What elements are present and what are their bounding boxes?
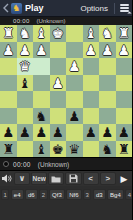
black-pawn-h7: ♟: [0, 124, 17, 141]
white-pawn-c2: ♟: [83, 42, 100, 59]
black-pawn-a7: ♟: [116, 124, 133, 141]
square-e4[interactable]: ♟: [50, 75, 67, 92]
square-g5[interactable]: [17, 91, 34, 108]
black-pawn-e7: ♟: [50, 124, 67, 141]
top-bar-divider: [114, 3, 115, 14]
open-folder-icon[interactable]: [48, 172, 64, 185]
square-g1[interactable]: ♞: [17, 25, 34, 42]
white-pawn-d3: ♟: [66, 58, 83, 75]
white-knight-b1: ♞: [99, 25, 116, 42]
move-d3[interactable]: d3: [93, 189, 106, 200]
white-pawn-h2: ♟: [0, 42, 17, 59]
square-h7[interactable]: ♟: [0, 124, 17, 141]
square-b2[interactable]: ♟: [99, 42, 116, 59]
square-e8[interactable]: ♚: [50, 141, 67, 158]
square-d8[interactable]: ♛: [66, 141, 83, 158]
app-icon: ♞: [11, 3, 22, 14]
move-list: 1e4d62Qf3Nf63d3Bg44Qg3: [0, 186, 132, 203]
square-c8[interactable]: [83, 141, 100, 158]
square-d6[interactable]: ♟: [66, 108, 83, 125]
square-a6[interactable]: [116, 108, 133, 125]
square-f7[interactable]: ♟: [33, 124, 50, 141]
back-chevron-icon[interactable]: [3, 3, 9, 13]
square-c4[interactable]: [83, 75, 100, 92]
white-rook-h1: ♜: [0, 25, 17, 42]
square-f2[interactable]: ♟: [33, 42, 50, 59]
to-move-indicator: [3, 161, 9, 167]
square-g4[interactable]: ♝: [17, 75, 34, 92]
black-knight-b8: ♞: [99, 141, 116, 158]
page-title: Play: [25, 3, 44, 13]
chess-board: ♜♞♝♚♝♞♜♟♟♟♟♟♟♛♟♝♟♞♟♟♟♟♟♟♟♟♜♝♚♛♞♜: [0, 25, 132, 157]
square-e6[interactable]: [50, 108, 67, 125]
square-c7[interactable]: ♟: [83, 124, 100, 141]
player-clock-row: 00:00 (Unknown): [0, 157, 132, 170]
opponent-name: (Unknown): [37, 18, 66, 24]
white-pawn-a2: ♟: [116, 42, 133, 59]
white-bishop-f1: ♝: [33, 25, 50, 42]
square-g2[interactable]: ♟: [17, 42, 34, 59]
square-e5[interactable]: [50, 91, 67, 108]
square-f6[interactable]: ♞: [33, 108, 50, 125]
opponent-clock: 00:00: [13, 18, 30, 24]
square-c6[interactable]: [83, 108, 100, 125]
move-number-1[interactable]: 1: [1, 189, 9, 200]
collapse-button[interactable]: ∨: [14, 172, 30, 185]
square-g8[interactable]: [17, 141, 34, 158]
save-icon[interactable]: [65, 172, 81, 185]
player-name: (Unknown): [38, 161, 69, 168]
volume-icon[interactable]: [1, 172, 13, 185]
square-h6[interactable]: [0, 108, 17, 125]
black-rook-h8: ♜: [0, 141, 17, 158]
move-d6[interactable]: d6: [25, 189, 38, 200]
next-move-button[interactable]: >: [100, 172, 116, 185]
move-Qf3[interactable]: Qf3: [49, 189, 65, 200]
square-e1[interactable]: ♚: [50, 25, 67, 42]
square-g6[interactable]: [17, 108, 34, 125]
options-button[interactable]: Options: [80, 4, 108, 13]
square-d7[interactable]: [66, 124, 83, 141]
black-bishop-g4: ♝: [17, 75, 34, 92]
square-d2[interactable]: [66, 42, 83, 59]
black-knight-f6: ♞: [33, 108, 50, 125]
white-pawn-g2: ♟: [17, 42, 34, 59]
square-e2[interactable]: [50, 42, 67, 59]
square-g3[interactable]: ♛: [17, 58, 34, 75]
black-pawn-d6: ♟: [66, 108, 83, 125]
black-queen-d8: ♛: [66, 141, 83, 158]
opponent-clock-row: 00:00 (Unknown): [0, 17, 132, 25]
move-number-2[interactable]: 2: [39, 189, 47, 200]
square-a3[interactable]: [116, 58, 133, 75]
new-game-button[interactable]: New: [31, 172, 47, 185]
black-pawn-b7: ♟: [99, 124, 116, 141]
move-Bg4[interactable]: Bg4: [107, 189, 124, 200]
square-c5[interactable]: [83, 91, 100, 108]
square-b3[interactable]: [99, 58, 116, 75]
square-h1[interactable]: ♜: [0, 25, 17, 42]
square-f4[interactable]: [33, 75, 50, 92]
square-b8[interactable]: ♞: [99, 141, 116, 158]
player-clock: 00:00: [13, 161, 31, 168]
black-pawn-c7: ♟: [83, 124, 100, 141]
square-b7[interactable]: ♟: [99, 124, 116, 141]
white-bishop-c1: ♝: [83, 25, 100, 42]
square-f1[interactable]: ♝: [33, 25, 50, 42]
square-a2[interactable]: ♟: [116, 42, 133, 59]
move-number-3[interactable]: 3: [83, 189, 91, 200]
toolbar: ∨ New < > ▶: [0, 170, 132, 186]
move-e4[interactable]: e4: [11, 189, 24, 200]
square-a7[interactable]: ♟: [116, 124, 133, 141]
white-pawn-e4: ♟: [50, 75, 67, 92]
move-Nf6[interactable]: Nf6: [66, 189, 81, 200]
menu-icon[interactable]: [120, 3, 129, 13]
move-number-4[interactable]: 4: [125, 189, 132, 200]
square-h4[interactable]: [0, 75, 17, 92]
square-d1[interactable]: [66, 25, 83, 42]
top-bar: ♞ Play Options: [0, 0, 132, 17]
app-window: ♞ Play Options 00:00 (Unknown) ♜♞♝♚♝♞♜♟♟…: [0, 0, 132, 220]
black-pawn-f7: ♟: [33, 124, 50, 141]
black-rook-a8: ♜: [116, 141, 133, 158]
square-g7[interactable]: ♟: [17, 124, 34, 141]
square-h5[interactable]: [0, 91, 17, 108]
white-king-e1: ♚: [50, 25, 67, 42]
square-h2[interactable]: ♟: [0, 42, 17, 59]
square-d5[interactable]: [66, 91, 83, 108]
play-engine-button[interactable]: ▶: [117, 172, 131, 185]
square-f3[interactable]: [33, 58, 50, 75]
square-b5[interactable]: [99, 91, 116, 108]
square-f8[interactable]: ♝: [33, 141, 50, 158]
square-d4[interactable]: [66, 75, 83, 92]
square-a5[interactable]: [116, 91, 133, 108]
square-c3[interactable]: [83, 58, 100, 75]
white-pawn-f2: ♟: [33, 42, 50, 59]
square-d3[interactable]: ♟: [66, 58, 83, 75]
square-e7[interactable]: ♟: [50, 124, 67, 141]
square-h8[interactable]: ♜: [0, 141, 17, 158]
white-pawn-b2: ♟: [99, 42, 116, 59]
black-bishop-f8: ♝: [33, 141, 50, 158]
black-pawn-g7: ♟: [17, 124, 34, 141]
square-b6[interactable]: [99, 108, 116, 125]
white-queen-g3: ♛: [17, 58, 34, 75]
square-a1[interactable]: ♜: [116, 25, 133, 42]
previous-move-button[interactable]: <: [83, 172, 99, 185]
white-knight-g1: ♞: [17, 25, 34, 42]
square-a8[interactable]: ♜: [116, 141, 133, 158]
square-b4[interactable]: [99, 75, 116, 92]
black-king-e8: ♚: [50, 141, 67, 158]
square-c2[interactable]: ♟: [83, 42, 100, 59]
square-c1[interactable]: ♝: [83, 25, 100, 42]
square-f5[interactable]: [33, 91, 50, 108]
white-rook-a1: ♜: [116, 25, 133, 42]
square-e3[interactable]: [50, 58, 67, 75]
square-h3[interactable]: [0, 58, 17, 75]
square-b1[interactable]: ♞: [99, 25, 116, 42]
square-a4[interactable]: [116, 75, 133, 92]
